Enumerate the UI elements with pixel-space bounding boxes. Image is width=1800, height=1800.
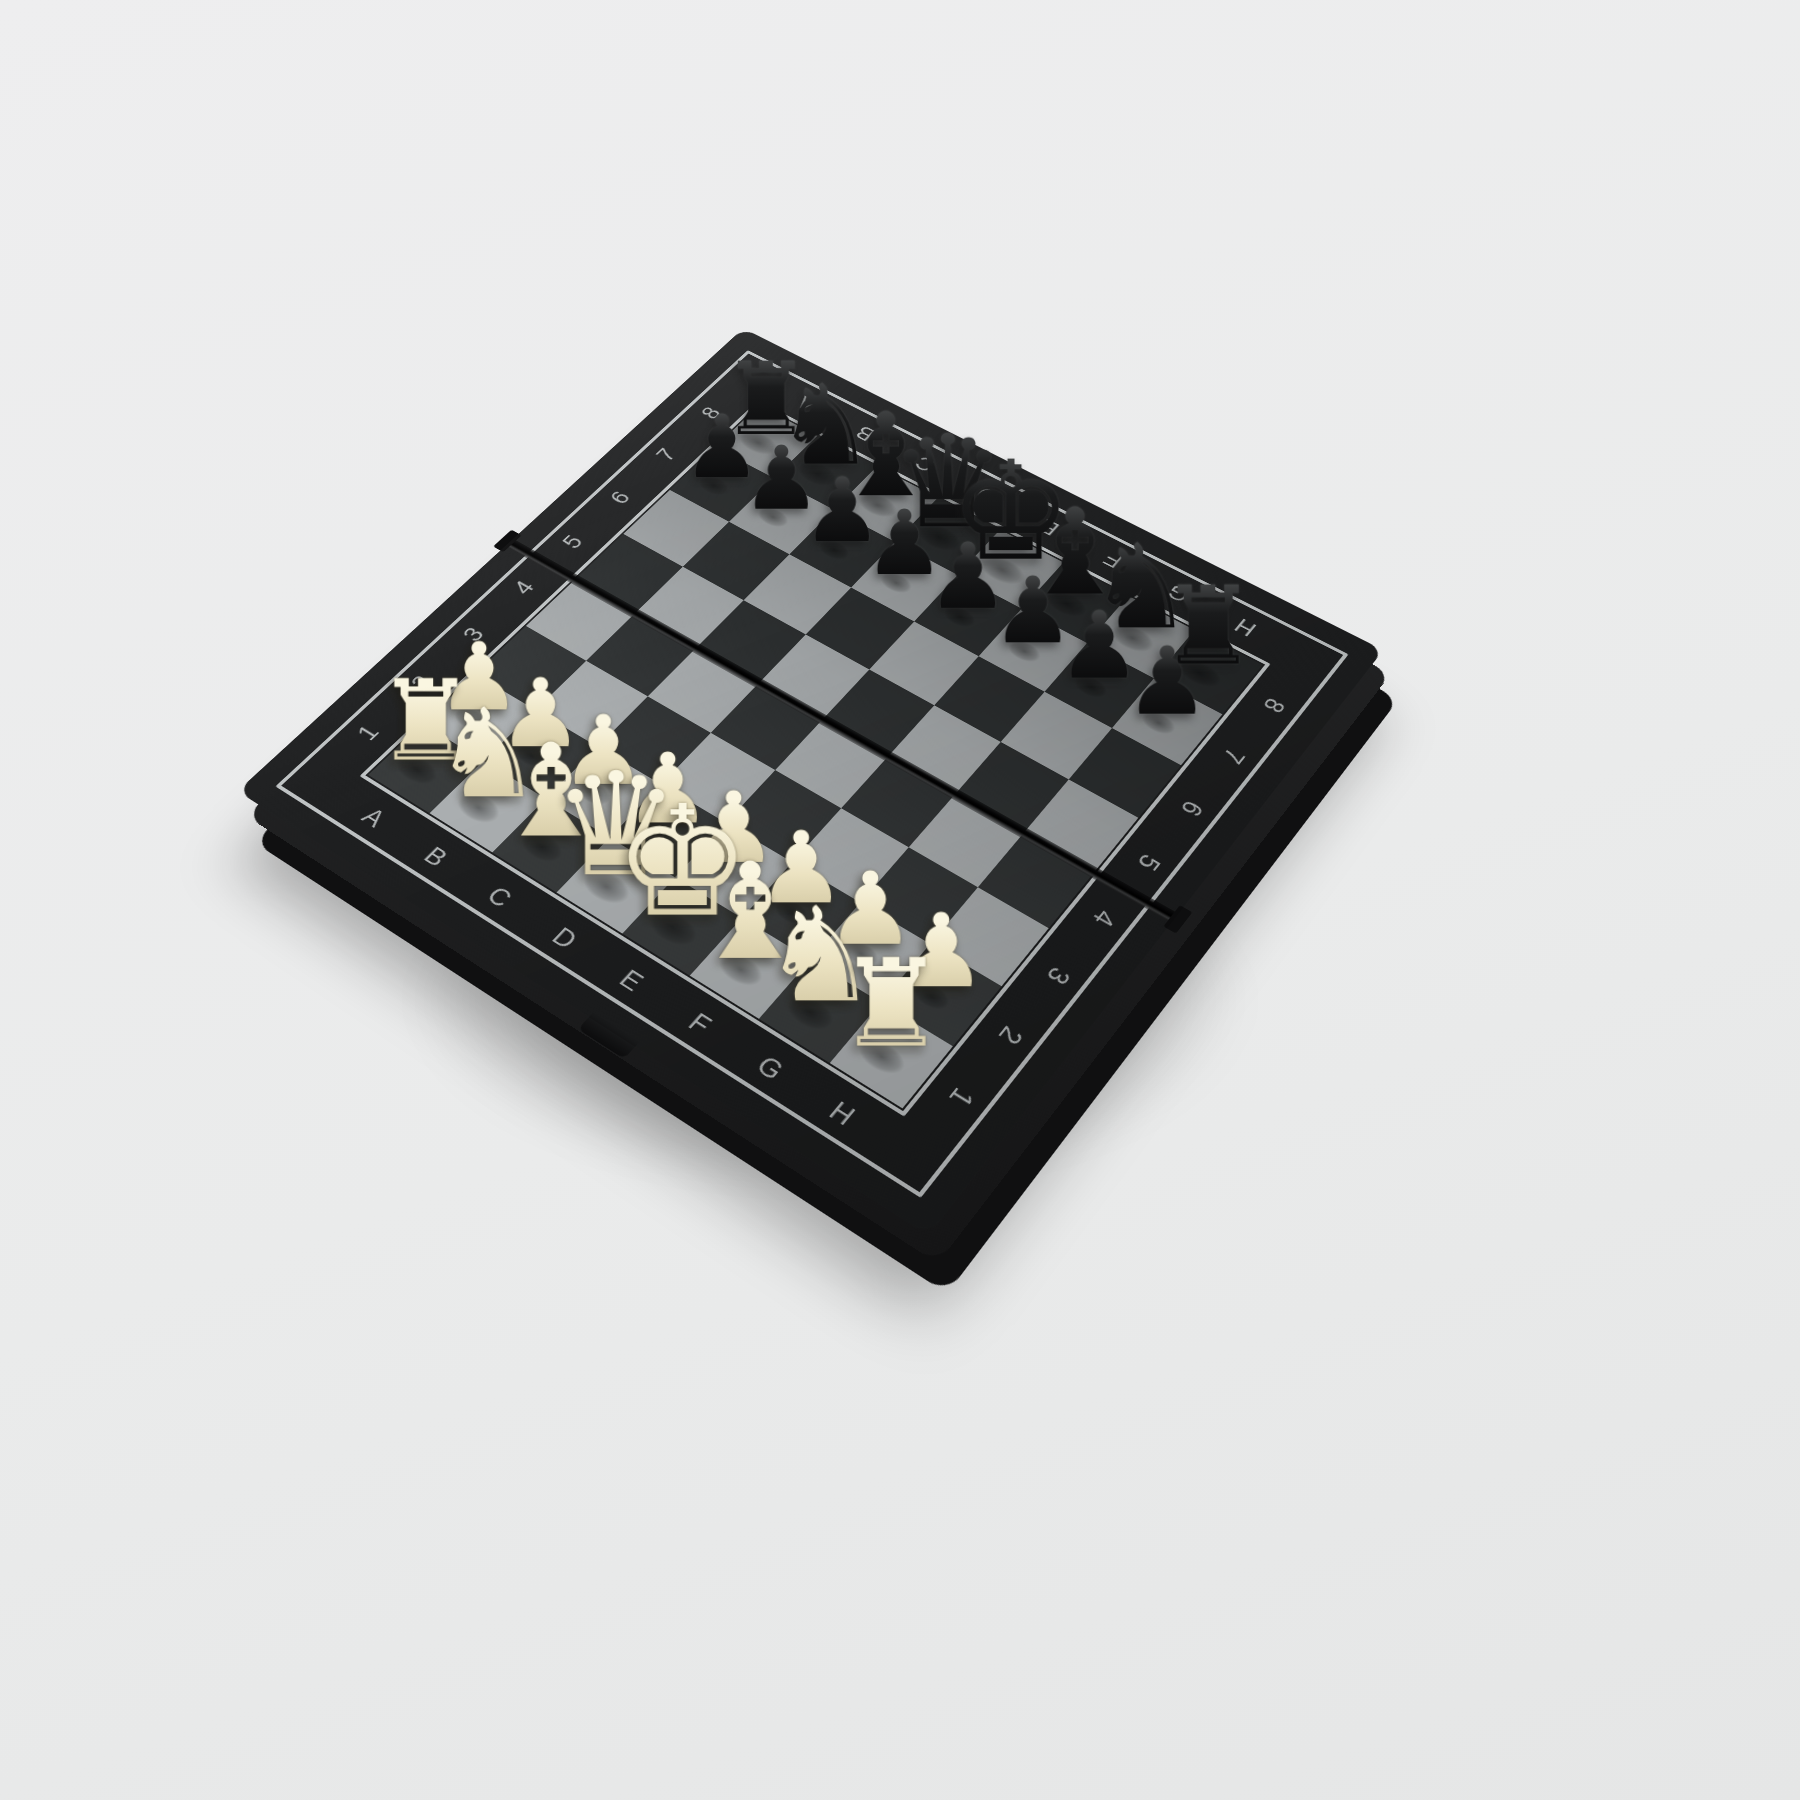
- piece-white-rook-h1: ♜: [798, 943, 986, 1065]
- piece-white-queen-d1: ♛: [527, 753, 706, 896]
- piece-white-bishop-c1: ♝: [463, 726, 640, 855]
- piece-white-pawn-g2: ♟: [779, 859, 961, 960]
- product-photo-scene: ABCDEFGH ABCDEFGH 87654321 87654321 ♜♞♝♛…: [0, 0, 1800, 1800]
- piece-white-bishop-f1: ♝: [659, 845, 842, 979]
- piece-white-king-e1: ♚: [592, 785, 773, 938]
- piece-white-pawn-f2: ♟: [711, 819, 891, 919]
- piece-white-knight-g1: ♞: [727, 890, 912, 1021]
- piece-white-pawn-h2: ♟: [849, 900, 1034, 1002]
- piece-white-pawn-e2: ♟: [645, 779, 823, 877]
- piece-white-pawn-d2: ♟: [580, 741, 756, 838]
